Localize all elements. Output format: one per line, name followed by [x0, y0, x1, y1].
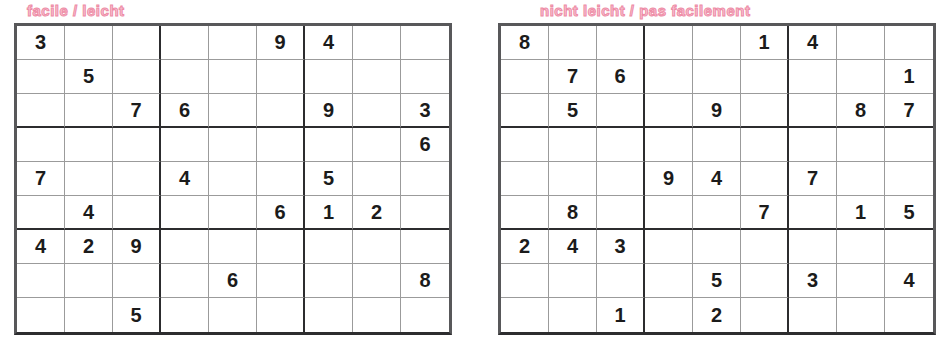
cell-r9c2	[65, 298, 113, 332]
cell-r5c7: 7	[789, 162, 837, 196]
cell-r3c9: 7	[885, 94, 933, 128]
cell-r9c6	[257, 298, 305, 332]
cell-r7c8	[837, 230, 885, 264]
cell-r8c6	[741, 264, 789, 298]
cell-r6c5	[209, 196, 257, 230]
cell-r3c7	[789, 94, 837, 128]
cell-r2c1	[17, 60, 65, 94]
cell-r6c8: 2	[353, 196, 401, 230]
puzzle-page: { "game": "sudoku", "accent_color": "#ee…	[0, 0, 945, 355]
cell-r8c6	[257, 264, 305, 298]
cell-r3c4: 6	[161, 94, 209, 128]
cell-r2c8	[837, 60, 885, 94]
cell-r9c7	[305, 298, 353, 332]
cell-r2c5	[693, 60, 741, 94]
cell-r4c8	[353, 128, 401, 162]
cell-r2c1	[501, 60, 549, 94]
cell-r9c4	[645, 298, 693, 332]
cell-r8c5: 5	[693, 264, 741, 298]
cell-r2c2: 5	[65, 60, 113, 94]
cell-r1c6: 1	[741, 26, 789, 60]
cell-r3c1	[501, 94, 549, 128]
cell-r1c7: 4	[789, 26, 837, 60]
cell-r2c9: 1	[885, 60, 933, 94]
cell-r4c1	[501, 128, 549, 162]
cell-r8c8	[837, 264, 885, 298]
cell-r4c5	[693, 128, 741, 162]
cell-r8c2	[549, 264, 597, 298]
cell-r5c2	[549, 162, 597, 196]
cell-r7c5	[209, 230, 257, 264]
cell-r8c3	[113, 264, 161, 298]
cell-r3c2: 5	[549, 94, 597, 128]
cell-r8c7: 3	[789, 264, 837, 298]
cell-r4c7	[789, 128, 837, 162]
cell-r4c2	[65, 128, 113, 162]
cell-r1c1: 3	[17, 26, 65, 60]
cell-r7c3: 3	[597, 230, 645, 264]
cell-r9c8	[353, 298, 401, 332]
cell-r9c5	[209, 298, 257, 332]
cell-r6c1	[17, 196, 65, 230]
cell-r8c7	[305, 264, 353, 298]
cell-r4c3	[113, 128, 161, 162]
cell-r7c4	[161, 230, 209, 264]
cell-r1c2	[549, 26, 597, 60]
cell-r7c8	[353, 230, 401, 264]
cell-r5c3	[597, 162, 645, 196]
cell-r9c8	[837, 298, 885, 332]
cell-r7c4	[645, 230, 693, 264]
cell-r5c6	[257, 162, 305, 196]
cell-r9c3: 1	[597, 298, 645, 332]
cell-r5c9	[885, 162, 933, 196]
cell-r4c6	[741, 128, 789, 162]
cell-r7c6	[741, 230, 789, 264]
cell-r1c6: 9	[257, 26, 305, 60]
cell-r7c9	[401, 230, 449, 264]
cell-r9c4	[161, 298, 209, 332]
cell-r9c7	[789, 298, 837, 332]
cell-r6c4	[645, 196, 693, 230]
cell-r4c7	[305, 128, 353, 162]
cell-r5c3	[113, 162, 161, 196]
cell-r1c4	[161, 26, 209, 60]
cell-r7c1: 4	[17, 230, 65, 264]
cell-r1c5	[209, 26, 257, 60]
sudoku-puzzle-easy: facile / leicht 3945769367454612429685	[14, 2, 452, 335]
cell-r3c7: 9	[305, 94, 353, 128]
cell-r7c1: 2	[501, 230, 549, 264]
cell-r6c1	[501, 196, 549, 230]
cell-r1c9	[885, 26, 933, 60]
cell-r1c1: 8	[501, 26, 549, 60]
cell-r5c5	[209, 162, 257, 196]
cell-r6c4	[161, 196, 209, 230]
cell-r3c3	[597, 94, 645, 128]
cell-r7c7	[305, 230, 353, 264]
cell-r8c5: 6	[209, 264, 257, 298]
cell-r2c4	[645, 60, 693, 94]
cell-r4c8	[837, 128, 885, 162]
cell-r7c9	[885, 230, 933, 264]
cell-r3c8	[353, 94, 401, 128]
cell-r2c3	[113, 60, 161, 94]
cell-r6c6: 7	[741, 196, 789, 230]
cell-r4c3	[597, 128, 645, 162]
cell-r1c3	[113, 26, 161, 60]
cell-r9c6	[741, 298, 789, 332]
cell-r2c6	[741, 60, 789, 94]
cell-r3c4	[645, 94, 693, 128]
cell-r4c4	[645, 128, 693, 162]
sudoku-puzzle-hard: nicht leicht / pas facilement 8147615987…	[498, 2, 936, 335]
cell-r1c8	[837, 26, 885, 60]
cell-r4c6	[257, 128, 305, 162]
cell-r4c4	[161, 128, 209, 162]
cell-r5c2	[65, 162, 113, 196]
cell-r9c1	[17, 298, 65, 332]
cell-r8c9: 4	[885, 264, 933, 298]
sudoku-grid-easy: 3945769367454612429685	[14, 23, 452, 335]
cell-r2c3: 6	[597, 60, 645, 94]
cell-r6c3	[113, 196, 161, 230]
cell-r4c2	[549, 128, 597, 162]
cell-r9c9	[401, 298, 449, 332]
cell-r6c6: 6	[257, 196, 305, 230]
cell-r6c5	[693, 196, 741, 230]
cell-r3c9: 3	[401, 94, 449, 128]
cell-r2c6	[257, 60, 305, 94]
sudoku-grid-hard: 8147615987947871524353412	[498, 23, 936, 335]
cell-r8c2	[65, 264, 113, 298]
puzzle-title-hard: nicht leicht / pas facilement	[540, 2, 936, 20]
cell-r5c5: 4	[693, 162, 741, 196]
cell-r1c9	[401, 26, 449, 60]
cell-r4c9: 6	[401, 128, 449, 162]
cell-r8c1	[17, 264, 65, 298]
cell-r3c8: 8	[837, 94, 885, 128]
cell-r2c8	[353, 60, 401, 94]
cell-r5c1	[501, 162, 549, 196]
cell-r8c1	[501, 264, 549, 298]
cell-r9c2	[549, 298, 597, 332]
cell-r6c7	[789, 196, 837, 230]
cell-r6c8: 1	[837, 196, 885, 230]
cell-r1c2	[65, 26, 113, 60]
cell-r7c7	[789, 230, 837, 264]
cell-r4c9	[885, 128, 933, 162]
cell-r9c1	[501, 298, 549, 332]
cell-r6c3	[597, 196, 645, 230]
cell-r7c5	[693, 230, 741, 264]
cell-r5c6	[741, 162, 789, 196]
cell-r2c7	[305, 60, 353, 94]
cell-r2c7	[789, 60, 837, 94]
cell-r8c4	[645, 264, 693, 298]
cell-r8c3	[597, 264, 645, 298]
cell-r7c2: 4	[549, 230, 597, 264]
cell-r5c8	[837, 162, 885, 196]
cell-r4c1	[17, 128, 65, 162]
cell-r6c7: 1	[305, 196, 353, 230]
cell-r3c6	[257, 94, 305, 128]
cell-r2c5	[209, 60, 257, 94]
cell-r9c5: 2	[693, 298, 741, 332]
cell-r2c9	[401, 60, 449, 94]
cell-r6c2: 4	[65, 196, 113, 230]
cell-r4c5	[209, 128, 257, 162]
cell-r6c2: 8	[549, 196, 597, 230]
cell-r6c9: 5	[885, 196, 933, 230]
cell-r8c9: 8	[401, 264, 449, 298]
cell-r8c4	[161, 264, 209, 298]
cell-r7c3: 9	[113, 230, 161, 264]
cell-r1c3	[597, 26, 645, 60]
cell-r3c6	[741, 94, 789, 128]
cell-r8c8	[353, 264, 401, 298]
cell-r1c8	[353, 26, 401, 60]
cell-r5c9	[401, 162, 449, 196]
cell-r3c5	[209, 94, 257, 128]
cell-r5c4: 9	[645, 162, 693, 196]
puzzle-title-easy: facile / leicht	[27, 2, 452, 20]
cell-r3c1	[17, 94, 65, 128]
cell-r2c4	[161, 60, 209, 94]
cell-r3c5: 9	[693, 94, 741, 128]
cell-r1c4	[645, 26, 693, 60]
cell-r1c5	[693, 26, 741, 60]
cell-r5c4: 4	[161, 162, 209, 196]
cell-r5c8	[353, 162, 401, 196]
cell-r9c3: 5	[113, 298, 161, 332]
cell-r5c7: 5	[305, 162, 353, 196]
cell-r5c1: 7	[17, 162, 65, 196]
cell-r7c2: 2	[65, 230, 113, 264]
cell-r7c6	[257, 230, 305, 264]
cell-r6c9	[401, 196, 449, 230]
cell-r2c2: 7	[549, 60, 597, 94]
cell-r9c9	[885, 298, 933, 332]
cell-r1c7: 4	[305, 26, 353, 60]
cell-r3c2	[65, 94, 113, 128]
cell-r3c3: 7	[113, 94, 161, 128]
